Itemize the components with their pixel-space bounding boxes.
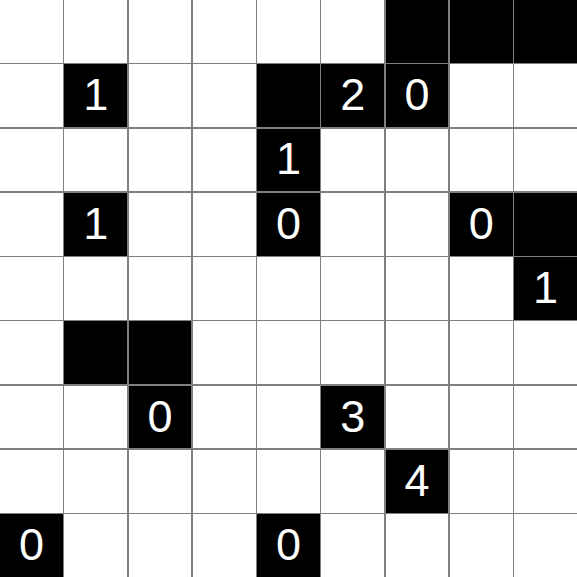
cell-r0-c3[interactable]	[193, 0, 256, 63]
cell-r2-c0[interactable]	[0, 129, 63, 192]
cell-r5-c2	[129, 321, 192, 384]
cell-r8-c2[interactable]	[129, 514, 192, 577]
cell-r7-c0[interactable]	[0, 450, 63, 513]
cell-r2-c4: 1	[257, 129, 320, 192]
cell-r8-c8[interactable]	[514, 514, 577, 577]
cell-r7-c6: 4	[386, 450, 449, 513]
cell-r8-c5[interactable]	[321, 514, 384, 577]
cell-r7-c3[interactable]	[193, 450, 256, 513]
cell-r7-c7[interactable]	[450, 450, 513, 513]
cell-r3-c2[interactable]	[129, 193, 192, 256]
cell-r2-c1[interactable]	[64, 129, 127, 192]
cell-r6-c0[interactable]	[0, 386, 63, 449]
cell-r1-c2[interactable]	[129, 64, 192, 127]
cell-r4-c6[interactable]	[386, 257, 449, 320]
cell-r3-c7: 0	[450, 193, 513, 256]
cell-r5-c8[interactable]	[514, 321, 577, 384]
cell-r3-c6[interactable]	[386, 193, 449, 256]
cell-r1-c5: 2	[321, 64, 384, 127]
cell-r4-c8: 1	[514, 257, 577, 320]
cell-r1-c0[interactable]	[0, 64, 63, 127]
cell-r4-c5[interactable]	[321, 257, 384, 320]
cell-r7-c4[interactable]	[257, 450, 320, 513]
cell-r1-c1: 1	[64, 64, 127, 127]
cell-r8-c1[interactable]	[64, 514, 127, 577]
cell-r2-c6[interactable]	[386, 129, 449, 192]
cell-r5-c1	[64, 321, 127, 384]
cell-r1-c7[interactable]	[450, 64, 513, 127]
cell-r3-c8	[514, 193, 577, 256]
cell-r5-c3[interactable]	[193, 321, 256, 384]
cell-r8-c4: 0	[257, 514, 320, 577]
cell-r8-c7[interactable]	[450, 514, 513, 577]
cell-r8-c3[interactable]	[193, 514, 256, 577]
cell-r4-c2[interactable]	[129, 257, 192, 320]
cell-r6-c4[interactable]	[257, 386, 320, 449]
cell-r4-c3[interactable]	[193, 257, 256, 320]
cell-r1-c3[interactable]	[193, 64, 256, 127]
clue-number: 4	[405, 458, 430, 503]
cell-r2-c3[interactable]	[193, 129, 256, 192]
cell-r3-c4: 0	[257, 193, 320, 256]
cell-r4-c0[interactable]	[0, 257, 63, 320]
cell-r7-c2[interactable]	[129, 450, 192, 513]
cell-r3-c3[interactable]	[193, 193, 256, 256]
cell-r6-c1[interactable]	[64, 386, 127, 449]
clue-number: 3	[340, 394, 365, 439]
clue-number: 1	[83, 201, 108, 246]
cell-r7-c1[interactable]	[64, 450, 127, 513]
cell-r7-c5[interactable]	[321, 450, 384, 513]
clue-number: 0	[469, 201, 494, 246]
cell-r6-c6[interactable]	[386, 386, 449, 449]
cell-r5-c5[interactable]	[321, 321, 384, 384]
cell-r7-c8[interactable]	[514, 450, 577, 513]
cell-r4-c4[interactable]	[257, 257, 320, 320]
cell-r5-c4[interactable]	[257, 321, 320, 384]
clue-number: 1	[83, 72, 108, 117]
cell-r2-c8[interactable]	[514, 129, 577, 192]
clue-number: 0	[276, 201, 301, 246]
cell-r0-c7	[450, 0, 513, 63]
clue-number: 0	[19, 522, 44, 567]
cell-r1-c4	[257, 64, 320, 127]
cell-r6-c8[interactable]	[514, 386, 577, 449]
cell-r5-c0[interactable]	[0, 321, 63, 384]
cell-r3-c0[interactable]	[0, 193, 63, 256]
clue-number: 1	[533, 265, 558, 310]
cell-r2-c7[interactable]	[450, 129, 513, 192]
cell-r1-c8[interactable]	[514, 64, 577, 127]
cell-r0-c5[interactable]	[321, 0, 384, 63]
cell-r0-c0[interactable]	[0, 0, 63, 63]
cell-r3-c5[interactable]	[321, 193, 384, 256]
clue-number: 1	[276, 136, 301, 181]
cell-r0-c2[interactable]	[129, 0, 192, 63]
cell-r0-c6	[386, 0, 449, 63]
cell-r3-c1: 1	[64, 193, 127, 256]
cell-r5-c7[interactable]	[450, 321, 513, 384]
cell-r5-c6[interactable]	[386, 321, 449, 384]
cell-r6-c2: 0	[129, 386, 192, 449]
cell-r6-c3[interactable]	[193, 386, 256, 449]
cell-r8-c6[interactable]	[386, 514, 449, 577]
cell-r2-c2[interactable]	[129, 129, 192, 192]
cell-r0-c8	[514, 0, 577, 63]
cell-r8-c0: 0	[0, 514, 63, 577]
cell-r2-c5[interactable]	[321, 129, 384, 192]
clue-number: 0	[405, 72, 430, 117]
clue-number: 0	[276, 522, 301, 567]
akari-board: 1201100103400	[0, 0, 577, 577]
cell-r1-c6: 0	[386, 64, 449, 127]
cell-r0-c1[interactable]	[64, 0, 127, 63]
cell-r4-c1[interactable]	[64, 257, 127, 320]
cell-r6-c7[interactable]	[450, 386, 513, 449]
clue-number: 2	[340, 72, 365, 117]
clue-number: 0	[147, 394, 172, 439]
cell-r6-c5: 3	[321, 386, 384, 449]
cell-r4-c7[interactable]	[450, 257, 513, 320]
cell-r0-c4[interactable]	[257, 0, 320, 63]
